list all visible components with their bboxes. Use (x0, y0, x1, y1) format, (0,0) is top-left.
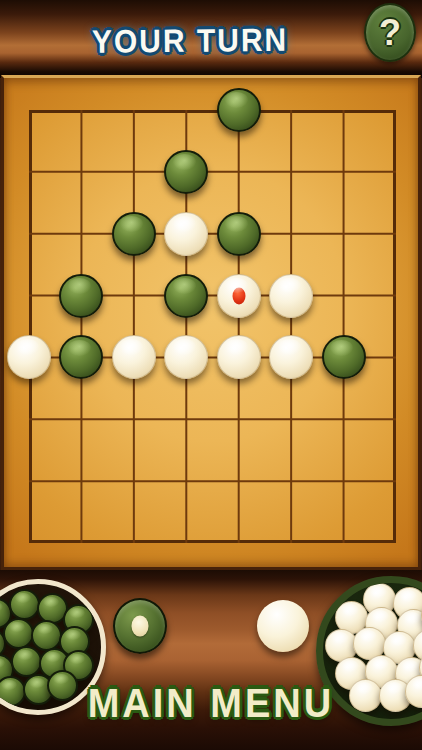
last-move-marker (232, 287, 245, 304)
player-stone-white-indicator (257, 600, 309, 652)
bottom-panel: MAIN MENU (0, 570, 422, 750)
main-menu-button[interactable]: MAIN MENU (0, 681, 422, 726)
stone-green (59, 274, 103, 318)
stone-green (112, 212, 156, 256)
stone-green (322, 335, 366, 379)
bowl-stone-green (11, 646, 42, 677)
stone-white (269, 335, 313, 379)
stone-white (112, 335, 156, 379)
help-button[interactable]: ? (364, 3, 416, 62)
header-bar: YOUR TURN ? (0, 0, 422, 78)
bowl-stone-green (31, 620, 62, 651)
bowl-stone-green (3, 618, 34, 649)
stone-green (217, 88, 261, 132)
stone-white (217, 274, 261, 318)
stone-white (7, 335, 51, 379)
stone-white (164, 212, 208, 256)
status-text: YOUR TURN (0, 21, 380, 61)
player-stone-green-indicator (113, 598, 167, 654)
stone-white (164, 335, 208, 379)
game-board[interactable] (1, 75, 421, 570)
stones-layer (29, 110, 396, 543)
question-icon: ? (379, 15, 401, 51)
stone-green (164, 150, 208, 194)
stone-white (269, 274, 313, 318)
stone-green (164, 274, 208, 318)
app-screen: YOUR TURN ? (0, 0, 422, 750)
stone-green (217, 212, 261, 256)
stone-white (217, 335, 261, 379)
stone-green (59, 335, 103, 379)
bowl-stone-green (9, 589, 40, 620)
turn-dot-icon (132, 616, 149, 637)
